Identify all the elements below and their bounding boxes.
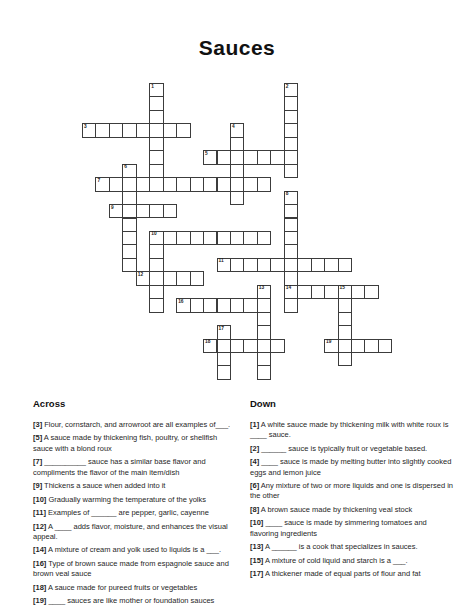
clue-number: 8	[286, 192, 289, 197]
grid-cell[interactable]	[109, 177, 123, 191]
grid-cell[interactable]	[109, 123, 123, 137]
clue-number: 13	[259, 286, 264, 291]
grid-cell[interactable]	[338, 312, 352, 326]
grid-cell[interactable]: 6	[122, 164, 136, 178]
grid-cell[interactable]	[122, 244, 136, 258]
grid-cell[interactable]	[230, 339, 244, 353]
clue-item: [13] A ______ is a cook that specializes…	[250, 542, 455, 552]
grid-cell[interactable]	[351, 285, 365, 299]
grid-cell[interactable]	[297, 258, 311, 272]
grid-cell[interactable]	[136, 204, 150, 218]
grid-cell[interactable]	[324, 258, 338, 272]
clue-number: 2	[286, 85, 289, 90]
grid-cell[interactable]: 16	[176, 298, 190, 312]
grid-cell[interactable]	[257, 365, 271, 379]
grid-cell[interactable]	[364, 339, 378, 353]
down-clues-list: [1] A white sauce made by thickening mil…	[250, 420, 455, 579]
clue-item: [3] Flour, cornstarch, and arrowroot are…	[33, 420, 238, 430]
grid-cell[interactable]	[136, 177, 150, 191]
grid-cell[interactable]	[257, 339, 271, 353]
clue-item: [4] ____ sauce is made by melting butter…	[250, 457, 455, 478]
grid-cell[interactable]	[122, 231, 136, 245]
grid-cell[interactable]	[230, 298, 244, 312]
grid-cell[interactable]	[190, 298, 204, 312]
grid-cell[interactable]	[217, 177, 231, 191]
grid-cell[interactable]	[378, 339, 392, 353]
grid-cell[interactable]	[270, 150, 284, 164]
clue-number: 5	[205, 152, 208, 157]
grid-cell[interactable]	[149, 204, 163, 218]
grid-cell[interactable]	[338, 298, 352, 312]
grid-cell[interactable]	[122, 177, 136, 191]
grid-cell[interactable]	[364, 285, 378, 299]
grid-cell[interactable]	[136, 123, 150, 137]
grid-cell[interactable]: 3	[82, 123, 96, 137]
grid-cell[interactable]	[217, 298, 231, 312]
across-heading: Across	[33, 398, 238, 409]
clue-item-number: [4]	[250, 457, 259, 466]
grid-cell[interactable]	[190, 177, 204, 191]
grid-cell[interactable]	[338, 352, 352, 366]
crossword-grid: 12345678910111213141516171819	[82, 83, 392, 380]
clue-item-number: [6]	[250, 481, 259, 490]
grid-cell[interactable]	[284, 137, 298, 151]
grid-cell[interactable]	[217, 339, 231, 353]
grid-cell[interactable]: 5	[203, 150, 217, 164]
grid-cell[interactable]	[149, 123, 163, 137]
grid-cell[interactable]	[297, 285, 311, 299]
grid-cell[interactable]	[149, 271, 163, 285]
grid-cell[interactable]: 7	[95, 177, 109, 191]
down-clues-column: Down [1] A white sauce made by thickenin…	[250, 398, 455, 610]
grid-cell[interactable]	[270, 258, 284, 272]
grid-cell[interactable]	[284, 231, 298, 245]
grid-cell[interactable]	[149, 150, 163, 164]
grid-cell[interactable]	[257, 150, 271, 164]
clue-number: 4	[232, 125, 235, 130]
grid-cell[interactable]	[176, 231, 190, 245]
down-heading: Down	[250, 398, 455, 409]
grid-cell[interactable]	[243, 150, 257, 164]
crossword-page: Sauces 12345678910111213141516171819 Acr…	[0, 0, 474, 613]
grid-cell[interactable]	[122, 204, 136, 218]
clue-number: 15	[340, 286, 345, 291]
grid-cell[interactable]	[284, 258, 298, 272]
grid-cell[interactable]	[230, 164, 244, 178]
grid-cell[interactable]	[230, 231, 244, 245]
clue-number: 1	[151, 85, 154, 90]
clue-number: 10	[151, 232, 156, 237]
grid-cell[interactable]: 19	[324, 339, 338, 353]
grid-cell[interactable]	[149, 244, 163, 258]
grid-cell[interactable]	[149, 96, 163, 110]
grid-cell[interactable]	[338, 325, 352, 339]
clue-item-number: [3]	[33, 420, 42, 429]
grid-cell[interactable]	[176, 123, 190, 137]
clue-item-number: [2]	[250, 444, 259, 453]
grid-cell[interactable]	[230, 191, 244, 205]
clue-item: [10] ____ sauce is made by simmering tom…	[250, 518, 455, 539]
grid-cell[interactable]	[284, 204, 298, 218]
clue-item-number: [1]	[250, 420, 259, 429]
clue-number: 3	[84, 125, 87, 130]
grid-cell[interactable]	[149, 137, 163, 151]
grid-cell[interactable]	[176, 271, 190, 285]
clue-item: [11] Examples of ______ are pepper, garl…	[33, 508, 238, 518]
grid-cell[interactable]	[243, 177, 257, 191]
clue-item-number: [14]	[33, 545, 46, 554]
grid-cell[interactable]	[338, 339, 352, 353]
grid-cell[interactable]	[311, 285, 325, 299]
clue-item: [10] Gradually warming the temperature o…	[33, 495, 238, 505]
grid-cell[interactable]	[257, 298, 271, 312]
grid-cell[interactable]	[163, 231, 177, 245]
grid-cell[interactable]	[243, 258, 257, 272]
grid-cell[interactable]	[257, 177, 271, 191]
clue-number: 14	[286, 286, 291, 291]
clue-item: [16] Type of brown sauce made from espag…	[33, 559, 238, 580]
clue-item: [1] A white sauce made by thickening mil…	[250, 420, 455, 441]
grid-cell[interactable]: 2	[284, 83, 298, 97]
grid-cell[interactable]: 17	[217, 325, 231, 339]
grid-cell[interactable]	[163, 204, 177, 218]
clue-item-number: [9]	[33, 481, 42, 490]
grid-cell[interactable]	[284, 244, 298, 258]
grid-cell[interactable]	[203, 231, 217, 245]
clue-number: 18	[205, 340, 210, 345]
clue-item-number: [8]	[250, 505, 259, 514]
grid-cell[interactable]	[176, 177, 190, 191]
grid-cell[interactable]: 10	[149, 231, 163, 245]
grid-cell[interactable]	[284, 164, 298, 178]
clue-item-number: [17]	[250, 569, 263, 578]
grid-cell[interactable]	[149, 110, 163, 124]
clue-number: 11	[219, 259, 224, 264]
grid-cell[interactable]	[230, 150, 244, 164]
grid-cell[interactable]	[284, 123, 298, 137]
grid-cell[interactable]	[149, 298, 163, 312]
clue-number: 9	[111, 206, 114, 211]
grid-cell[interactable]	[217, 365, 231, 379]
clue-number: 12	[138, 273, 143, 278]
clue-item: [15] A mixture of cold liquid and starch…	[250, 556, 455, 566]
puzzle-title: Sauces	[0, 36, 474, 60]
grid-cell[interactable]	[203, 177, 217, 191]
clue-item-number: [15]	[250, 556, 263, 565]
grid-cell[interactable]	[163, 177, 177, 191]
clue-item: [8] A brown sauce made by thickening vea…	[250, 505, 455, 515]
grid-cell[interactable]	[257, 258, 271, 272]
clue-item: [18] A sauce made for pureed fruits or v…	[33, 583, 238, 593]
grid-cell[interactable]: 15	[338, 285, 352, 299]
grid-cell[interactable]	[217, 352, 231, 366]
grid-cell[interactable]	[230, 177, 244, 191]
grid-cell[interactable]	[311, 258, 325, 272]
grid-cell[interactable]	[284, 298, 298, 312]
grid-cell[interactable]	[243, 231, 257, 245]
grid-cell[interactable]	[122, 191, 136, 205]
clue-item: [9] Thickens a sauce when added into it	[33, 481, 238, 491]
clue-item-number: [19]	[33, 596, 46, 605]
grid-cell[interactable]	[190, 231, 204, 245]
grid-cell[interactable]	[257, 231, 271, 245]
grid-cell[interactable]: 18	[203, 339, 217, 353]
grid-cell[interactable]	[230, 258, 244, 272]
grid-cell[interactable]	[217, 231, 231, 245]
grid-cell[interactable]	[257, 325, 271, 339]
clue-number: 19	[326, 340, 331, 345]
clue-item-number: [11]	[33, 508, 46, 517]
grid-cell[interactable]	[284, 218, 298, 232]
grid-cell[interactable]	[122, 258, 136, 272]
clue-item-number: [16]	[33, 559, 46, 568]
clue-item: [12] A ____ adds flavor, moisture, and e…	[33, 522, 238, 543]
grid-cell[interactable]	[284, 96, 298, 110]
across-clues-list: [3] Flour, cornstarch, and arrowroot are…	[33, 420, 238, 606]
grid-cell[interactable]	[149, 285, 163, 299]
clue-item-number: [7]	[33, 457, 42, 466]
grid-cell[interactable]	[324, 285, 338, 299]
grid-cell[interactable]	[257, 352, 271, 366]
clue-number: 17	[219, 327, 224, 332]
grid-cell[interactable]	[163, 123, 177, 137]
grid-cell[interactable]	[243, 298, 257, 312]
clue-item: [2] ______ sauce is typically fruit or v…	[250, 444, 455, 454]
clue-item: [5] A sauce made by thickening fish, pou…	[33, 433, 238, 454]
clue-number: 6	[124, 165, 127, 170]
grid-cell[interactable]: 11	[217, 258, 231, 272]
clue-item-number: [10]	[250, 518, 263, 527]
grid-cell[interactable]: 14	[284, 285, 298, 299]
clue-number: 16	[178, 300, 183, 305]
clue-item: [17] A thickener made of equal parts of …	[250, 569, 455, 579]
clue-item-number: [5]	[33, 433, 42, 442]
grid-cell[interactable]	[230, 137, 244, 151]
grid-cell[interactable]	[217, 150, 231, 164]
grid-cell[interactable]	[149, 177, 163, 191]
grid-cell[interactable]	[284, 150, 298, 164]
grid-cell[interactable]	[338, 258, 352, 272]
grid-cell[interactable]	[122, 218, 136, 232]
clue-item: [19] ____ sauces are like mother or foun…	[33, 596, 238, 606]
grid-cell[interactable]	[149, 164, 163, 178]
grid-cell[interactable]	[122, 123, 136, 137]
clues-section: Across [3] Flour, cornstarch, and arrowr…	[33, 398, 455, 610]
grid-cell[interactable]: 4	[230, 123, 244, 137]
clue-item: [14] A mixture of cream and yolk used to…	[33, 545, 238, 555]
grid-cell[interactable]: 12	[136, 271, 150, 285]
across-clues-column: Across [3] Flour, cornstarch, and arrowr…	[33, 398, 238, 610]
clue-item-number: [12]	[33, 522, 46, 531]
clue-item: [7] __________ sauce has a similar base …	[33, 457, 238, 478]
clue-item-number: [13]	[250, 542, 263, 551]
clue-item: [6] Any mixture of two or more liquids a…	[250, 481, 455, 502]
grid-cell[interactable]: 13	[257, 285, 271, 299]
grid-cell[interactable]	[149, 258, 163, 272]
grid-cell[interactable]	[284, 271, 298, 285]
grid-cell[interactable]: 9	[109, 204, 123, 218]
grid-cell[interactable]: 1	[149, 83, 163, 97]
grid-cell[interactable]	[203, 298, 217, 312]
grid-cell[interactable]	[95, 123, 109, 137]
clue-item-number: [18]	[33, 583, 46, 592]
grid-cell[interactable]	[351, 339, 365, 353]
grid-cell[interactable]	[243, 339, 257, 353]
grid-cell[interactable]	[190, 271, 204, 285]
clue-item-number: [10]	[33, 495, 46, 504]
grid-cell[interactable]	[284, 110, 298, 124]
clue-number: 7	[97, 179, 100, 184]
grid-cell[interactable]	[270, 339, 284, 353]
grid-cell[interactable]: 8	[284, 191, 298, 205]
grid-cell[interactable]	[163, 271, 177, 285]
grid-cell[interactable]	[257, 312, 271, 326]
